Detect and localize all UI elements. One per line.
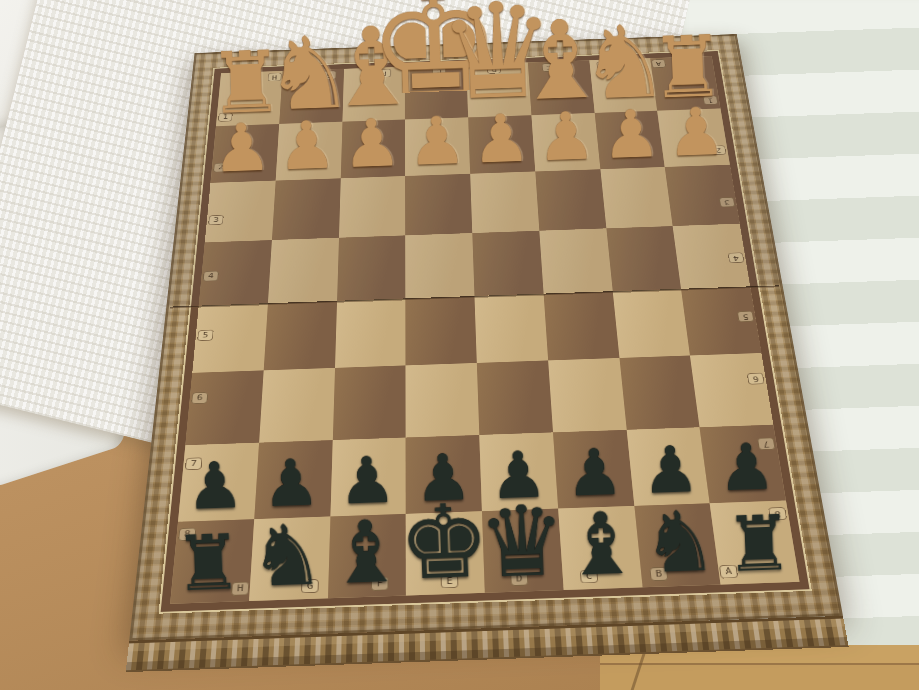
square-b5[interactable] [612,289,690,358]
square-c5[interactable] [543,291,619,360]
piece-black-pawn[interactable]: ♟ [717,437,776,500]
square-f3[interactable] [339,176,406,238]
piece-white-pawn[interactable]: ♟ [600,102,661,167]
square-g6[interactable] [259,368,335,442]
square-d4[interactable] [472,231,543,296]
piece-black-bishop[interactable]: ♝ [326,511,406,595]
piece-white-pawn[interactable]: ♟ [212,116,273,181]
piece-black-queen[interactable]: ♛ [477,494,567,589]
square-b6[interactable] [619,356,700,430]
square-d2[interactable]: ♟ [468,115,535,173]
square-g2[interactable]: ♟ [275,122,342,180]
square-f6[interactable] [332,366,405,440]
square-e6[interactable] [406,363,480,437]
piece-black-rook[interactable]: ♜ [723,507,794,581]
square-b8[interactable]: ♞ [634,503,721,587]
square-f8[interactable]: ♝ [328,514,407,599]
square-g8[interactable]: ♞ [249,516,330,601]
square-c2[interactable]: ♟ [531,113,600,171]
square-h6[interactable] [185,371,263,445]
square-b2[interactable]: ♟ [594,111,665,169]
board-grid: ♜♞♝♚♛♝♞♜♟♟♟♟♟♟♟♟♟♟♟♟♟♟♟♟♜♞♝♚♛♝♞♜ [170,56,799,604]
square-c6[interactable] [548,358,626,432]
square-d5[interactable] [474,294,547,364]
piece-white-pawn[interactable]: ♟ [406,109,467,174]
square-a6[interactable] [690,353,773,427]
piece-black-knight[interactable]: ♞ [248,516,326,598]
piece-white-pawn[interactable]: ♟ [471,107,532,172]
square-c3[interactable] [535,169,606,231]
square-e5[interactable] [406,296,477,366]
rank-label-right-3: 3 [719,197,735,207]
square-f4[interactable] [337,235,406,301]
chess-board: ♜♞♝♚♛♝♞♜♟♟♟♟♟♟♟♟♟♟♟♟♟♟♟♟♜♞♝♚♛♝♞♜ 1122334… [129,34,843,641]
piece-white-pawn[interactable]: ♟ [665,100,726,165]
square-h8[interactable]: ♜ [170,519,254,604]
square-d3[interactable] [470,171,539,233]
piece-black-knight[interactable]: ♞ [641,502,719,584]
square-g4[interactable] [268,238,339,304]
square-g3[interactable] [272,178,341,240]
square-h5[interactable] [192,303,267,373]
square-d6[interactable] [477,361,553,435]
piece-white-pawn[interactable]: ♟ [276,113,337,178]
square-c8[interactable]: ♝ [558,506,642,590]
piece-white-pawn[interactable]: ♟ [536,104,597,169]
square-d8[interactable]: ♛ [482,508,564,592]
piece-black-rook[interactable]: ♜ [173,526,244,600]
square-b4[interactable] [606,226,681,291]
chess-board-scene: ♜♞♝♚♛♝♞♜♟♟♟♟♟♟♟♟♟♟♟♟♟♟♟♟♜♞♝♚♛♝♞♜ 1122334… [126,34,848,668]
square-a2[interactable]: ♟ [657,109,729,167]
square-g5[interactable] [263,301,336,371]
square-e2[interactable]: ♟ [405,118,470,176]
square-e3[interactable] [405,174,472,236]
piece-black-bishop[interactable]: ♝ [561,503,641,587]
square-f2[interactable]: ♟ [340,120,405,178]
photo-stage: ♜♞♝♚♛♝♞♜♟♟♟♟♟♟♟♟♟♟♟♟♟♟♟♟♜♞♝♚♛♝♞♜ 1122334… [0,0,919,690]
square-e4[interactable] [405,233,474,298]
square-h2[interactable]: ♟ [211,124,279,182]
square-h3[interactable] [205,180,276,242]
square-a8[interactable]: ♜ [710,500,800,584]
square-f5[interactable] [335,298,406,368]
square-a3[interactable] [665,164,740,225]
square-b3[interactable] [600,167,673,229]
piece-black-pawn[interactable]: ♟ [186,455,245,518]
square-c4[interactable] [539,228,612,293]
piece-white-pawn[interactable]: ♟ [341,111,402,176]
square-e8[interactable]: ♚ [406,511,485,596]
board-playing-area: ♜♞♝♚♛♝♞♜♟♟♟♟♟♟♟♟♟♟♟♟♟♟♟♟♜♞♝♚♛♝♞♜ [161,51,810,612]
